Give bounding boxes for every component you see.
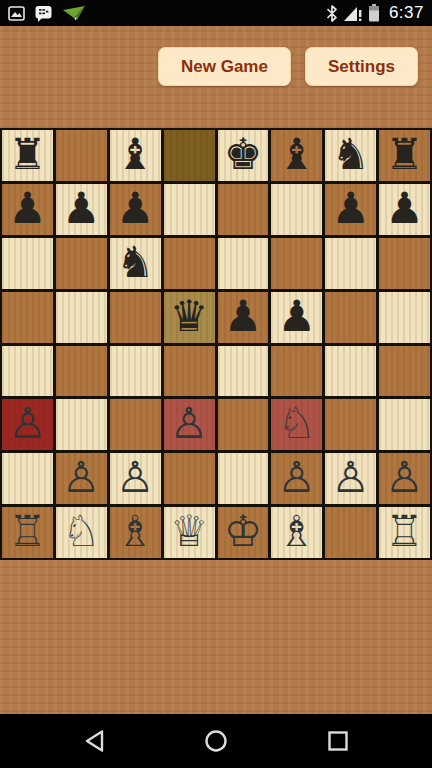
square-d6[interactable] (164, 238, 215, 289)
black-pawn: ♟ (62, 187, 101, 230)
white-knight: ♘ (278, 402, 317, 445)
white-pawn: ♙ (116, 456, 155, 499)
square-f4[interactable] (271, 346, 322, 397)
square-f1[interactable]: ♗ (271, 507, 322, 558)
white-pawn: ♙ (170, 402, 209, 445)
status-left-icons (8, 4, 86, 23)
white-pawn: ♙ (8, 402, 47, 445)
toolbar: New Game Settings (158, 47, 418, 86)
square-h6[interactable] (379, 238, 430, 289)
square-e2[interactable] (218, 453, 269, 504)
square-g8[interactable]: ♞ (325, 130, 376, 181)
square-b6[interactable] (56, 238, 107, 289)
recents-button[interactable] (325, 728, 351, 754)
square-d4[interactable] (164, 346, 215, 397)
square-f6[interactable] (271, 238, 322, 289)
black-bishop: ♝ (278, 133, 317, 176)
square-f2[interactable]: ♙ (271, 453, 322, 504)
square-d3[interactable]: ♙ (164, 399, 215, 450)
square-b3[interactable] (56, 399, 107, 450)
black-pawn: ♟ (116, 187, 155, 230)
black-pawn: ♟ (8, 187, 47, 230)
home-button[interactable] (203, 728, 229, 754)
square-a2[interactable] (2, 453, 53, 504)
recents-icon (327, 730, 349, 752)
black-pawn: ♟ (385, 187, 424, 230)
square-d5[interactable]: ♛ (164, 292, 215, 343)
white-rook: ♖ (8, 510, 47, 553)
white-pawn: ♙ (385, 456, 424, 499)
square-e5[interactable]: ♟ (218, 292, 269, 343)
square-a7[interactable]: ♟ (2, 184, 53, 235)
white-knight: ♘ (62, 510, 101, 553)
chess-board[interactable]: ♜♝♚♝♞♜♟♟♟♟♟♞♛♟♟♙♙♘♙♙♙♙♙♖♘♗♕♔♗♖ (0, 128, 432, 560)
square-d8[interactable] (164, 130, 215, 181)
status-right-icons: 6:37 (326, 3, 424, 23)
square-f7[interactable] (271, 184, 322, 235)
black-knight: ♞ (116, 241, 155, 284)
square-g4[interactable] (325, 346, 376, 397)
status-time: 6:37 (389, 3, 424, 23)
square-b7[interactable]: ♟ (56, 184, 107, 235)
square-e8[interactable]: ♚ (218, 130, 269, 181)
square-g3[interactable] (325, 399, 376, 450)
square-c5[interactable] (110, 292, 161, 343)
black-rook: ♜ (8, 133, 47, 176)
settings-button[interactable]: Settings (305, 47, 418, 86)
new-game-button[interactable]: New Game (158, 47, 291, 86)
square-f5[interactable]: ♟ (271, 292, 322, 343)
square-d2[interactable] (164, 453, 215, 504)
gallery-icon (8, 5, 25, 22)
square-b2[interactable]: ♙ (56, 453, 107, 504)
white-rook: ♖ (385, 510, 424, 553)
square-h7[interactable]: ♟ (379, 184, 430, 235)
square-h2[interactable]: ♙ (379, 453, 430, 504)
battery-icon (368, 4, 380, 22)
bluetooth-icon (326, 5, 338, 22)
square-g7[interactable]: ♟ (325, 184, 376, 235)
square-a5[interactable] (2, 292, 53, 343)
square-h5[interactable] (379, 292, 430, 343)
black-king: ♚ (224, 133, 263, 176)
square-d7[interactable] (164, 184, 215, 235)
square-a1[interactable]: ♖ (2, 507, 53, 558)
square-a8[interactable]: ♜ (2, 130, 53, 181)
square-f3[interactable]: ♘ (271, 399, 322, 450)
square-h3[interactable] (379, 399, 430, 450)
black-bishop: ♝ (116, 133, 155, 176)
white-pawn: ♙ (331, 456, 370, 499)
square-h4[interactable] (379, 346, 430, 397)
square-b1[interactable]: ♘ (56, 507, 107, 558)
white-pawn: ♙ (278, 456, 317, 499)
signal-warning-icon (343, 5, 363, 22)
square-b4[interactable] (56, 346, 107, 397)
square-e7[interactable] (218, 184, 269, 235)
white-queen: ♕ (170, 510, 209, 553)
square-a3[interactable]: ♙ (2, 399, 53, 450)
square-c6[interactable]: ♞ (110, 238, 161, 289)
square-h1[interactable]: ♖ (379, 507, 430, 558)
black-rook: ♜ (385, 133, 424, 176)
white-bishop: ♗ (278, 510, 317, 553)
square-g6[interactable] (325, 238, 376, 289)
status-bar: 6:37 (0, 0, 432, 26)
square-c8[interactable]: ♝ (110, 130, 161, 181)
white-bishop: ♗ (116, 510, 155, 553)
square-g1[interactable] (325, 507, 376, 558)
black-pawn: ♟ (278, 295, 317, 338)
square-c1[interactable]: ♗ (110, 507, 161, 558)
black-pawn: ♟ (224, 295, 263, 338)
black-queen: ♛ (170, 295, 209, 338)
square-e6[interactable] (218, 238, 269, 289)
square-e4[interactable] (218, 346, 269, 397)
black-pawn: ♟ (331, 187, 370, 230)
square-e3[interactable] (218, 399, 269, 450)
square-h8[interactable]: ♜ (379, 130, 430, 181)
square-c7[interactable]: ♟ (110, 184, 161, 235)
white-pawn: ♙ (62, 456, 101, 499)
square-g5[interactable] (325, 292, 376, 343)
square-g2[interactable]: ♙ (325, 453, 376, 504)
bbm-messenger-icon (34, 4, 53, 23)
square-c4[interactable] (110, 346, 161, 397)
square-f8[interactable]: ♝ (271, 130, 322, 181)
square-a6[interactable] (2, 238, 53, 289)
back-button[interactable] (81, 728, 107, 754)
square-b5[interactable] (56, 292, 107, 343)
square-d1[interactable]: ♕ (164, 507, 215, 558)
square-b8[interactable] (56, 130, 107, 181)
square-e1[interactable]: ♔ (218, 507, 269, 558)
paperplane-icon (62, 4, 86, 22)
square-c2[interactable]: ♙ (110, 453, 161, 504)
navigation-bar (0, 714, 432, 768)
home-icon (204, 729, 228, 753)
square-a4[interactable] (2, 346, 53, 397)
white-king: ♔ (224, 510, 263, 553)
back-icon (83, 729, 105, 753)
black-knight: ♞ (331, 133, 370, 176)
square-c3[interactable] (110, 399, 161, 450)
